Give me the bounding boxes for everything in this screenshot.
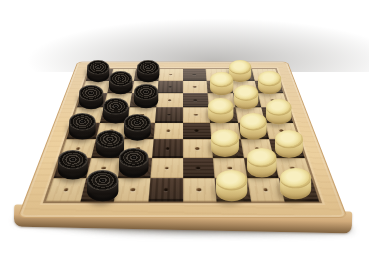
piece-top	[234, 85, 258, 101]
piece-top	[119, 148, 148, 167]
piece-top	[87, 170, 118, 190]
piece-top	[275, 130, 303, 148]
cream-piece-r1c7[interactable]	[258, 71, 281, 94]
black-piece-r6c0[interactable]	[58, 150, 88, 180]
piece-top	[266, 99, 291, 116]
black-piece-r0c2[interactable]	[137, 60, 159, 82]
black-piece-r2c0[interactable]	[79, 85, 103, 109]
piece-top	[96, 130, 124, 148]
cream-piece-r1c5[interactable]	[210, 72, 233, 95]
piece-top	[87, 60, 109, 75]
piece-top	[124, 114, 151, 131]
cream-piece-r6c6[interactable]	[247, 148, 276, 177]
piece-top	[58, 150, 88, 169]
piece-top	[216, 170, 247, 190]
cream-piece-r5c5[interactable]	[211, 129, 239, 157]
black-piece-r4c0[interactable]	[69, 113, 96, 140]
cream-piece-r5c7[interactable]	[275, 130, 303, 158]
piece-top	[280, 168, 311, 188]
cream-piece-r7c7[interactable]	[280, 168, 311, 199]
product-photo-scene	[0, 0, 369, 277]
cream-piece-r3c7[interactable]	[266, 99, 291, 124]
black-piece-r7c1[interactable]	[87, 170, 118, 201]
cream-piece-r4c6[interactable]	[240, 113, 267, 140]
black-piece-r1c1[interactable]	[109, 71, 132, 94]
pieces-layer	[0, 0, 369, 277]
piece-top	[208, 98, 233, 115]
black-piece-r2c2[interactable]	[134, 84, 158, 108]
piece-top	[69, 113, 96, 130]
piece-top	[134, 84, 158, 100]
piece-top	[79, 85, 103, 101]
cream-piece-r7c5[interactable]	[216, 170, 247, 201]
black-piece-r6c2[interactable]	[119, 148, 148, 177]
black-piece-r0c0[interactable]	[87, 60, 109, 82]
cream-piece-r3c5[interactable]	[208, 98, 233, 123]
piece-top	[247, 148, 276, 167]
cream-piece-r2c6[interactable]	[234, 85, 258, 109]
black-piece-r4c2[interactable]	[124, 114, 151, 141]
